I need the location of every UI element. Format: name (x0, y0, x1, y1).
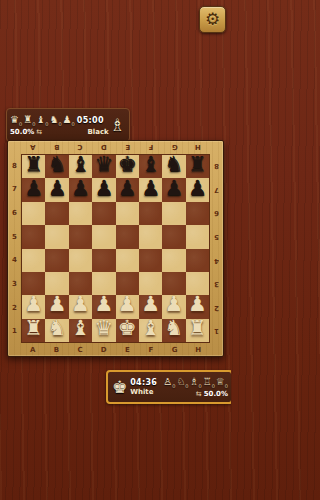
square-c1[interactable]: ♝ (69, 319, 92, 342)
square-b7[interactable]: ♟ (45, 178, 68, 201)
square-b6[interactable] (45, 202, 68, 225)
captured-rook-count: 0 (32, 121, 35, 127)
black-rook-h8: ♜ (188, 154, 207, 175)
black-pawn-g7: ♟ (165, 178, 184, 199)
file-label-g: G (163, 343, 187, 356)
square-d5[interactable] (92, 225, 115, 248)
square-g6[interactable] (162, 202, 185, 225)
captured-bishop-count: 0 (199, 383, 202, 389)
square-h5[interactable] (186, 225, 209, 248)
square-a4[interactable] (22, 249, 45, 272)
white-pawn-f2: ♟ (141, 294, 160, 315)
square-c6[interactable] (69, 202, 92, 225)
white-player-panel: ♚ 04:36 White ♙0♘0♗0♖0♕0 ⇆ 50.0% (106, 370, 231, 404)
white-bishop-f1: ♝ (141, 318, 160, 339)
square-d1[interactable]: ♛ (92, 319, 115, 342)
file-label-c: C (68, 343, 92, 356)
black-pawn-c7: ♟ (71, 178, 90, 199)
square-f7[interactable]: ♟ (139, 178, 162, 201)
square-g7[interactable]: ♟ (162, 178, 185, 201)
black-pawn-h7: ♟ (188, 178, 207, 199)
white-avatar-piece-icon: ♚ (112, 379, 127, 396)
square-e1[interactable]: ♚ (116, 319, 139, 342)
square-d4[interactable] (92, 249, 115, 272)
file-label-d: D (92, 343, 116, 356)
rank-labels-left: 87654321 (8, 154, 21, 343)
square-h4[interactable] (186, 249, 209, 272)
white-king-e1: ♚ (118, 318, 137, 339)
white-knight-b1: ♞ (48, 318, 67, 339)
rank-label-7: 7 (8, 178, 21, 202)
black-bishop-f8: ♝ (141, 154, 160, 175)
rank-label-6: 6 (210, 201, 223, 225)
white-pawn-d2: ♟ (94, 294, 113, 315)
rank-label-2: 2 (8, 296, 21, 320)
white-pawn-g2: ♟ (165, 294, 184, 315)
black-knight-b8: ♞ (48, 154, 67, 175)
black-player-name: Black (87, 128, 108, 136)
black-queen-d8: ♛ (94, 154, 113, 175)
rank-label-4: 4 (210, 249, 223, 273)
captured-knight-icon: ♞0 (49, 115, 61, 127)
rank-label-2: 2 (210, 296, 223, 320)
square-f1[interactable]: ♝ (139, 319, 162, 342)
black-win-percent: 50.0% (10, 128, 34, 136)
square-e7[interactable]: ♟ (116, 178, 139, 201)
captured-knight-icon: ♘0 (176, 377, 188, 389)
captured-queen-icon: ♕0 (216, 377, 228, 389)
white-queen-d1: ♛ (94, 318, 113, 339)
file-label-f: F (139, 343, 163, 356)
captured-queen-icon: ♛0 (10, 115, 22, 127)
square-f4[interactable] (139, 249, 162, 272)
black-clock: 05:00 (77, 116, 104, 125)
rank-label-4: 4 (8, 249, 21, 273)
black-player-panel: ♛0♜0♝0♞0♟0 05:00 50.0% ⇆ Black ♗ (6, 108, 130, 142)
captured-rook-icon: ♖0 (203, 377, 215, 389)
white-player-name: White (130, 388, 157, 396)
chess-board: ABCDEFGH ABCDEFGH 87654321 87654321 ♜♞♝♛… (7, 140, 224, 357)
file-labels-bottom: ABCDEFGH (21, 343, 210, 356)
black-pawn-b7: ♟ (48, 178, 67, 199)
square-f6[interactable] (139, 202, 162, 225)
square-a7[interactable]: ♟ (22, 178, 45, 201)
square-f5[interactable] (139, 225, 162, 248)
captured-queen-count: 0 (225, 383, 228, 389)
square-c4[interactable] (69, 249, 92, 272)
captured-pawn-icon: ♙0 (163, 377, 175, 389)
white-clock: 04:36 (130, 378, 157, 387)
square-b4[interactable] (45, 249, 68, 272)
settings-button[interactable]: ⚙ (199, 6, 226, 33)
gear-icon: ⚙ (205, 11, 220, 28)
white-rook-a1: ♜ (24, 318, 43, 339)
rank-label-1: 1 (8, 319, 21, 343)
rank-labels-right: 87654321 (210, 154, 223, 343)
square-h6[interactable] (186, 202, 209, 225)
square-g5[interactable] (162, 225, 185, 248)
captured-rook-icon: ♜0 (23, 115, 35, 127)
square-e6[interactable] (116, 202, 139, 225)
square-a6[interactable] (22, 202, 45, 225)
square-c5[interactable] (69, 225, 92, 248)
rank-label-3: 3 (210, 272, 223, 296)
captured-pawn-count: 0 (72, 121, 75, 127)
rank-label-8: 8 (210, 154, 223, 178)
black-captured-pieces: ♛0♜0♝0♞0♟0 (10, 115, 75, 127)
black-king-e8: ♚ (118, 154, 137, 175)
swap-arrows-icon: ⇆ (36, 128, 42, 136)
captured-pawn-icon: ♟0 (63, 115, 75, 127)
white-pawn-h2: ♟ (188, 294, 207, 315)
white-pawn-a2: ♟ (24, 294, 43, 315)
captured-knight-count: 0 (58, 121, 61, 127)
file-label-h: H (186, 343, 210, 356)
rank-label-1: 1 (210, 319, 223, 343)
black-pawn-f7: ♟ (141, 178, 160, 199)
square-a5[interactable] (22, 225, 45, 248)
rank-label-8: 8 (8, 154, 21, 178)
captured-bishop-icon: ♗0 (190, 377, 202, 389)
rank-label-5: 5 (8, 225, 21, 249)
swap-arrows-icon: ⇆ (196, 390, 202, 398)
captured-bishop-count: 0 (45, 121, 48, 127)
square-h1[interactable]: ♜ (186, 319, 209, 342)
white-win-percent: 50.0% (204, 390, 228, 398)
black-pawn-e7: ♟ (118, 178, 137, 199)
file-label-b: B (45, 343, 69, 356)
white-rook-h1: ♜ (188, 318, 207, 339)
black-rook-a8: ♜ (24, 154, 43, 175)
white-pawn-b2: ♟ (48, 294, 67, 315)
square-d6[interactable] (92, 202, 115, 225)
captured-knight-count: 0 (185, 383, 188, 389)
square-b1[interactable]: ♞ (45, 319, 68, 342)
rank-label-5: 5 (210, 225, 223, 249)
captured-bishop-icon: ♝0 (36, 115, 48, 127)
square-g1[interactable]: ♞ (162, 319, 185, 342)
square-a1[interactable]: ♜ (22, 319, 45, 342)
square-b5[interactable] (45, 225, 68, 248)
white-pawn-e2: ♟ (118, 294, 137, 315)
square-e4[interactable] (116, 249, 139, 272)
black-avatar-piece-icon: ♗ (110, 117, 125, 134)
board-grid: ♜♞♝♛♚♝♞♜♟♟♟♟♟♟♟♟♟♟♟♟♟♟♟♟♜♞♝♛♚♝♞♜ (21, 154, 210, 343)
square-c7[interactable]: ♟ (69, 178, 92, 201)
white-captured-pieces: ♙0♘0♗0♖0♕0 (163, 377, 228, 389)
captured-pawn-count: 0 (172, 383, 175, 389)
square-h7[interactable]: ♟ (186, 178, 209, 201)
rank-label-7: 7 (210, 178, 223, 202)
black-knight-g8: ♞ (165, 154, 184, 175)
rank-label-6: 6 (8, 201, 21, 225)
file-label-a: A (21, 343, 45, 356)
rank-label-3: 3 (8, 272, 21, 296)
square-g4[interactable] (162, 249, 185, 272)
file-label-e: E (116, 343, 140, 356)
white-bishop-c1: ♝ (71, 318, 90, 339)
square-d7[interactable]: ♟ (92, 178, 115, 201)
captured-rook-count: 0 (212, 383, 215, 389)
white-knight-g1: ♞ (165, 318, 184, 339)
black-pawn-a7: ♟ (24, 178, 43, 199)
black-bishop-c8: ♝ (71, 154, 90, 175)
square-e5[interactable] (116, 225, 139, 248)
black-pawn-d7: ♟ (94, 178, 113, 199)
captured-queen-count: 0 (19, 121, 22, 127)
white-pawn-c2: ♟ (71, 294, 90, 315)
